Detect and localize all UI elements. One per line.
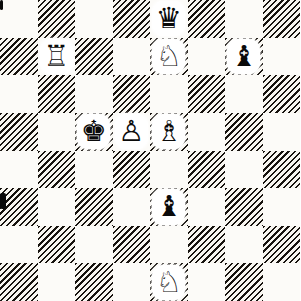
- square-a2[interactable]: [0, 226, 38, 264]
- square-g5[interactable]: [225, 113, 263, 151]
- square-b7[interactable]: ♖: [38, 38, 76, 76]
- square-b4[interactable]: [38, 151, 76, 189]
- square-b3[interactable]: [38, 188, 76, 226]
- square-b8[interactable]: [38, 0, 76, 38]
- square-g1[interactable]: [225, 263, 263, 301]
- square-a6[interactable]: [0, 75, 38, 113]
- square-f1[interactable]: [188, 263, 226, 301]
- square-a5[interactable]: [0, 113, 38, 151]
- square-h4[interactable]: [263, 151, 301, 189]
- square-d3[interactable]: [113, 188, 151, 226]
- square-c6[interactable]: [75, 75, 113, 113]
- square-d8[interactable]: [113, 0, 151, 38]
- piece-white-knight[interactable]: ♘: [152, 39, 185, 74]
- square-h7[interactable]: [263, 38, 301, 76]
- square-d2[interactable]: [113, 226, 151, 264]
- square-h5[interactable]: [263, 113, 301, 151]
- square-h1[interactable]: [263, 263, 301, 301]
- square-e8[interactable]: ♛: [150, 0, 188, 38]
- chess-diagram: ♛♖♘♝♚♙♗♝♘: [0, 0, 300, 301]
- square-h2[interactable]: [263, 226, 301, 264]
- piece-white-pawn[interactable]: ♙: [115, 114, 148, 149]
- square-a7[interactable]: [0, 38, 38, 76]
- square-g6[interactable]: [225, 75, 263, 113]
- square-e5[interactable]: ♗: [150, 113, 188, 151]
- square-e4[interactable]: [150, 151, 188, 189]
- square-f5[interactable]: [188, 113, 226, 151]
- square-b2[interactable]: [38, 226, 76, 264]
- square-c2[interactable]: [75, 226, 113, 264]
- piece-black-king[interactable]: ♚: [77, 114, 110, 149]
- square-g8[interactable]: [225, 0, 263, 38]
- square-c1[interactable]: [75, 263, 113, 301]
- square-d4[interactable]: [113, 151, 151, 189]
- square-b6[interactable]: [38, 75, 76, 113]
- square-a1[interactable]: [0, 263, 38, 301]
- square-h3[interactable]: [263, 188, 301, 226]
- square-g2[interactable]: [225, 226, 263, 264]
- square-d1[interactable]: [113, 263, 151, 301]
- square-d6[interactable]: [113, 75, 151, 113]
- square-f6[interactable]: [188, 75, 226, 113]
- square-f3[interactable]: [188, 188, 226, 226]
- square-b5[interactable]: [38, 113, 76, 151]
- piece-black-queen[interactable]: ♛: [152, 1, 185, 36]
- piece-black-bishop[interactable]: ♝: [227, 39, 260, 74]
- print-smudge: [0, 193, 6, 209]
- square-e3[interactable]: ♝: [150, 188, 188, 226]
- square-g3[interactable]: [225, 188, 263, 226]
- print-smudge: [0, 0, 3, 10]
- piece-white-knight[interactable]: ♘: [152, 265, 185, 300]
- square-e1[interactable]: ♘: [150, 263, 188, 301]
- piece-white-rook[interactable]: ♖: [40, 39, 73, 74]
- square-c4[interactable]: [75, 151, 113, 189]
- square-e2[interactable]: [150, 226, 188, 264]
- square-f4[interactable]: [188, 151, 226, 189]
- square-b1[interactable]: [38, 263, 76, 301]
- square-c3[interactable]: [75, 188, 113, 226]
- square-f8[interactable]: [188, 0, 226, 38]
- square-h6[interactable]: [263, 75, 301, 113]
- square-a8[interactable]: [0, 0, 38, 38]
- square-c7[interactable]: [75, 38, 113, 76]
- piece-white-bishop[interactable]: ♗: [152, 114, 185, 149]
- square-c5[interactable]: ♚: [75, 113, 113, 151]
- square-e7[interactable]: ♘: [150, 38, 188, 76]
- piece-black-bishop[interactable]: ♝: [152, 189, 185, 224]
- square-d5[interactable]: ♙: [113, 113, 151, 151]
- square-d7[interactable]: [113, 38, 151, 76]
- square-c8[interactable]: [75, 0, 113, 38]
- square-g7[interactable]: ♝: [225, 38, 263, 76]
- chess-board: ♛♖♘♝♚♙♗♝♘: [0, 0, 300, 301]
- square-g4[interactable]: [225, 151, 263, 189]
- square-a4[interactable]: [0, 151, 38, 189]
- square-f7[interactable]: [188, 38, 226, 76]
- square-h8[interactable]: [263, 0, 301, 38]
- square-f2[interactable]: [188, 226, 226, 264]
- square-e6[interactable]: [150, 75, 188, 113]
